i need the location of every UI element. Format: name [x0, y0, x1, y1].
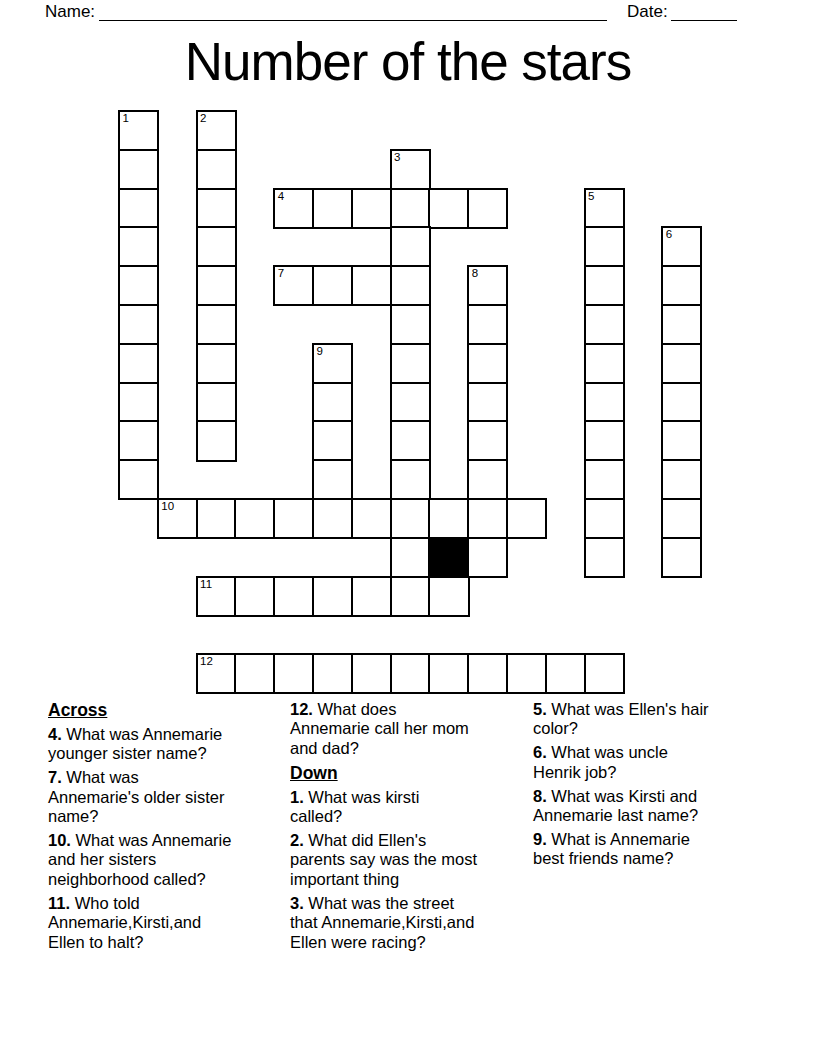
grid-cell[interactable]	[506, 653, 547, 694]
grid-cell[interactable]	[196, 343, 237, 384]
clue-text: What was Kirsti and Annemarie last name?	[533, 787, 698, 824]
cell-clue-number: 8	[472, 267, 478, 280]
grid-cell[interactable]	[273, 653, 314, 694]
clue-text: What was Annemarie and her sisters neigh…	[48, 831, 231, 888]
clue-down-8: 8. What was Kirsti and Annemarie last na…	[533, 787, 778, 826]
grid-cell[interactable]	[312, 498, 353, 539]
grid-cell[interactable]	[196, 149, 237, 190]
grid-cell[interactable]	[312, 188, 353, 229]
grid-cell[interactable]	[273, 498, 314, 539]
grid-cell[interactable]	[506, 498, 547, 539]
grid-cell[interactable]	[118, 265, 159, 306]
date-input-line[interactable]	[671, 4, 737, 21]
grid-cell[interactable]	[661, 498, 702, 539]
grid-cell[interactable]	[196, 420, 237, 461]
clue-column-2: 12. What does Annemarie call her mom and…	[290, 700, 535, 956]
grid-cell[interactable]	[584, 265, 625, 306]
clue-text: What was kirsti called?	[290, 788, 419, 825]
grid-cell[interactable]: 6	[661, 226, 702, 267]
grid-cell[interactable]	[351, 653, 392, 694]
clue-across-10: 10. What was Annemarie and her sisters n…	[48, 831, 293, 889]
grid-cell[interactable]	[661, 420, 702, 461]
grid-cell[interactable]	[467, 498, 508, 539]
grid-cell[interactable]	[351, 188, 392, 229]
grid-cell[interactable]: 5	[584, 188, 625, 229]
cell-clue-number: 5	[588, 190, 594, 203]
clue-text: What does Annemarie call her mom and dad…	[290, 700, 469, 757]
grid-cell[interactable]	[390, 382, 431, 423]
grid-cell[interactable]	[584, 343, 625, 384]
grid-cell[interactable]	[584, 420, 625, 461]
grid-cell[interactable]	[584, 498, 625, 539]
grid-cell[interactable]	[428, 188, 469, 229]
clue-number-label: 12.	[290, 700, 313, 718]
clue-text: What is Annemarie best friends name?	[533, 830, 690, 867]
cell-clue-number: 12	[200, 655, 213, 668]
grid-cell[interactable]	[118, 149, 159, 190]
grid-cell[interactable]	[428, 576, 469, 617]
down-heading: Down	[290, 763, 535, 784]
grid-cell[interactable]	[584, 537, 625, 578]
grid-cell[interactable]	[467, 343, 508, 384]
grid-cell[interactable]	[467, 188, 508, 229]
clue-text: What was the street that Annemarie,Kirst…	[290, 894, 474, 951]
grid-cell[interactable]	[390, 188, 431, 229]
grid-cell[interactable]: 2	[196, 110, 237, 151]
grid-cell[interactable]: 3	[390, 149, 431, 190]
grid-cell[interactable]	[661, 304, 702, 345]
clue-text: What was Annemarie younger sister name?	[48, 725, 222, 762]
grid-cell[interactable]	[428, 653, 469, 694]
grid-cell[interactable]	[467, 382, 508, 423]
grid-cell[interactable]	[312, 653, 353, 694]
name-input-line[interactable]	[99, 4, 607, 21]
puzzle-title: Number of the stars	[0, 31, 816, 92]
clue-number-label: 6.	[533, 743, 547, 761]
grid-cell[interactable]	[661, 459, 702, 500]
grid-cell[interactable]	[661, 265, 702, 306]
grid-cell[interactable]	[196, 265, 237, 306]
grid-cell[interactable]	[312, 420, 353, 461]
clue-number-label: 5.	[533, 700, 547, 718]
grid-cell[interactable]: 12	[196, 653, 237, 694]
grid-cell[interactable]	[661, 382, 702, 423]
grid-cell[interactable]	[196, 382, 237, 423]
grid-cell[interactable]	[661, 537, 702, 578]
across-heading: Across	[48, 700, 293, 721]
grid-cell[interactable]	[390, 265, 431, 306]
grid-cell[interactable]: 11	[196, 576, 237, 617]
black-cell	[428, 537, 469, 578]
clue-text: What was Annemarie's older sister name?	[48, 768, 224, 825]
clue-down-2: 2. What did Ellen's parents say was the …	[290, 831, 535, 889]
grid-cell[interactable]	[584, 226, 625, 267]
grid-cell[interactable]: 10	[157, 498, 198, 539]
grid-cell[interactable]	[118, 304, 159, 345]
cell-clue-number: 9	[317, 345, 323, 358]
clue-text: What was uncle Henrik job?	[533, 743, 668, 780]
grid-cell[interactable]	[390, 576, 431, 617]
clue-down-1: 1. What was kirsti called?	[290, 788, 535, 827]
clue-column-1: Across 4. What was Annemarie younger sis…	[48, 700, 293, 956]
cell-clue-number: 7	[278, 267, 284, 280]
grid-cell[interactable]	[390, 653, 431, 694]
clue-number-label: 9.	[533, 830, 547, 848]
cell-clue-number: 4	[278, 190, 284, 203]
grid-cell[interactable]: 1	[118, 110, 159, 151]
clue-text: Who told Annemarie,Kirsti,and Ellen to h…	[48, 894, 201, 951]
clue-number-label: 2.	[290, 831, 304, 849]
grid-cell[interactable]: 4	[273, 188, 314, 229]
grid-cell[interactable]	[234, 576, 275, 617]
grid-cell[interactable]	[196, 226, 237, 267]
clue-across-12: 12. What does Annemarie call her mom and…	[290, 700, 535, 758]
grid-cell[interactable]	[584, 459, 625, 500]
grid-cell[interactable]	[118, 188, 159, 229]
clue-number-label: 10.	[48, 831, 71, 849]
clue-column-3: 5. What was Ellen's hair color? 6. What …	[533, 700, 778, 873]
grid-cell[interactable]	[234, 653, 275, 694]
grid-cell[interactable]	[467, 653, 508, 694]
grid-cell[interactable]	[312, 576, 353, 617]
clue-number-label: 1.	[290, 788, 304, 806]
grid-cell[interactable]	[390, 304, 431, 345]
grid-cell[interactable]	[312, 265, 353, 306]
grid-cell[interactable]	[584, 653, 625, 694]
grid-cell[interactable]	[390, 226, 431, 267]
worksheet-page: { "header": { "name_label": "Name:", "da…	[0, 0, 816, 1056]
grid-cell[interactable]	[351, 265, 392, 306]
grid-cell[interactable]	[351, 576, 392, 617]
grid-cell[interactable]	[118, 420, 159, 461]
grid-cell[interactable]	[661, 343, 702, 384]
grid-cell[interactable]	[390, 343, 431, 384]
grid-cell[interactable]: 9	[312, 343, 353, 384]
grid-cell[interactable]	[467, 537, 508, 578]
clue-number-label: 11.	[48, 894, 70, 912]
clue-number-label: 3.	[290, 894, 304, 912]
clue-down-5: 5. What was Ellen's hair color?	[533, 700, 778, 739]
grid-cell[interactable]	[234, 498, 275, 539]
grid-cell[interactable]	[351, 498, 392, 539]
grid-cell[interactable]	[467, 420, 508, 461]
clue-number-label: 8.	[533, 787, 547, 805]
grid-cell[interactable]	[312, 382, 353, 423]
clue-text: What was Ellen's hair color?	[533, 700, 709, 737]
grid-cell[interactable]	[467, 304, 508, 345]
grid-cell[interactable]: 8	[467, 265, 508, 306]
clue-number-label: 7.	[48, 768, 62, 786]
grid-cell[interactable]	[584, 304, 625, 345]
cell-clue-number: 6	[666, 228, 672, 241]
grid-cell[interactable]	[118, 459, 159, 500]
cell-clue-number: 2	[200, 112, 206, 125]
cell-clue-number: 3	[394, 151, 400, 164]
grid-cell[interactable]	[196, 304, 237, 345]
grid-cell[interactable]	[273, 576, 314, 617]
clue-across-11: 11. Who told Annemarie,Kirsti,and Ellen …	[48, 894, 293, 952]
grid-cell[interactable]	[312, 459, 353, 500]
clue-text: What did Ellen's parents say was the mos…	[290, 831, 477, 888]
grid-cell[interactable]	[196, 188, 237, 229]
grid-cell[interactable]	[390, 459, 431, 500]
clue-number-label: 4.	[48, 725, 62, 743]
grid-cell[interactable]	[118, 382, 159, 423]
clue-down-3: 3. What was the street that Annemarie,Ki…	[290, 894, 535, 952]
date-label: Date:	[627, 2, 668, 22]
grid-cell[interactable]	[196, 498, 237, 539]
cell-clue-number: 11	[200, 578, 212, 591]
grid-cell[interactable]	[118, 343, 159, 384]
grid-cell[interactable]	[584, 382, 625, 423]
grid-cell[interactable]: 7	[273, 265, 314, 306]
grid-cell[interactable]	[390, 537, 431, 578]
clue-down-9: 9. What is Annemarie best friends name?	[533, 830, 778, 869]
grid-cell[interactable]	[545, 653, 586, 694]
grid-cell[interactable]	[390, 498, 431, 539]
clue-across-7: 7. What was Annemarie's older sister nam…	[48, 768, 293, 826]
name-label: Name:	[45, 2, 95, 22]
cell-clue-number: 10	[161, 500, 174, 513]
clue-across-4: 4. What was Annemarie younger sister nam…	[48, 725, 293, 764]
clue-down-6: 6. What was uncle Henrik job?	[533, 743, 778, 782]
grid-cell[interactable]	[428, 498, 469, 539]
grid-cell[interactable]	[390, 420, 431, 461]
grid-cell[interactable]	[467, 459, 508, 500]
grid-cell[interactable]	[118, 226, 159, 267]
cell-clue-number: 1	[123, 112, 129, 125]
